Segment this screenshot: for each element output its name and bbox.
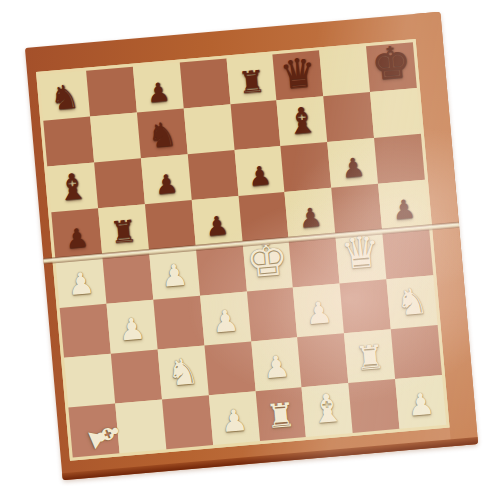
square-d3 bbox=[200, 292, 251, 346]
square-h6 bbox=[374, 134, 425, 184]
square-g2 bbox=[344, 329, 395, 383]
square-c5 bbox=[145, 200, 196, 250]
square-b3 bbox=[106, 300, 157, 354]
square-e5 bbox=[238, 192, 289, 242]
square-d1 bbox=[208, 391, 259, 445]
square-g1 bbox=[349, 379, 400, 433]
square-e7 bbox=[230, 100, 281, 150]
square-c7 bbox=[137, 108, 188, 158]
square-f6 bbox=[281, 142, 332, 192]
square-e2 bbox=[251, 337, 302, 391]
square-b4 bbox=[102, 250, 153, 304]
square-g3 bbox=[340, 279, 391, 333]
square-c4 bbox=[149, 246, 200, 300]
square-a6 bbox=[47, 162, 98, 212]
square-g4 bbox=[335, 230, 386, 284]
square-d7 bbox=[183, 104, 234, 154]
square-c8 bbox=[133, 63, 184, 113]
square-c3 bbox=[153, 296, 204, 350]
square-a7 bbox=[43, 117, 94, 167]
square-d2 bbox=[204, 341, 255, 395]
product-photo: ♞♟♜♛♚♞♝♝♟♟♟♟♜♟♟♟♟♟♚♛♟♟♟♞♞♟♜♝♟♜♝♟ bbox=[0, 0, 500, 500]
square-c2 bbox=[157, 346, 208, 400]
square-f3 bbox=[293, 283, 344, 337]
square-e6 bbox=[234, 146, 285, 196]
square-b8 bbox=[86, 67, 137, 117]
play-area: ♞♟♜♛♚♞♝♝♟♟♟♟♜♟♟♟♟♟♚♛♟♟♟♞♞♟♜♝♟♜♝♟ bbox=[36, 39, 450, 461]
square-e3 bbox=[246, 288, 297, 342]
square-d6 bbox=[187, 150, 238, 200]
square-f5 bbox=[285, 188, 336, 238]
square-h3 bbox=[387, 275, 438, 329]
square-h4 bbox=[382, 225, 433, 279]
square-e8 bbox=[226, 54, 277, 104]
square-c6 bbox=[141, 154, 192, 204]
square-h5 bbox=[378, 180, 429, 230]
square-g8 bbox=[319, 46, 370, 96]
chess-board: ♞♟♜♛♚♞♝♝♟♟♟♟♜♟♟♟♟♟♚♛♟♟♟♞♞♟♜♝♟♜♝♟ bbox=[25, 12, 478, 481]
square-h7 bbox=[370, 88, 421, 138]
square-d5 bbox=[191, 196, 242, 246]
square-b6 bbox=[94, 158, 145, 208]
square-f2 bbox=[298, 333, 349, 387]
square-g5 bbox=[331, 184, 382, 234]
square-b1 bbox=[115, 399, 166, 453]
squares-grid bbox=[39, 42, 446, 457]
square-g7 bbox=[323, 92, 374, 142]
square-h2 bbox=[391, 325, 442, 379]
square-d8 bbox=[179, 59, 230, 109]
square-e4 bbox=[242, 238, 293, 292]
square-c1 bbox=[162, 395, 213, 449]
square-f1 bbox=[302, 383, 353, 437]
square-d4 bbox=[195, 242, 246, 296]
square-a2 bbox=[64, 354, 115, 408]
square-f7 bbox=[277, 96, 328, 146]
square-a4 bbox=[55, 254, 106, 308]
square-g6 bbox=[327, 138, 378, 188]
square-h1 bbox=[395, 375, 446, 429]
square-a8 bbox=[39, 71, 90, 121]
square-e1 bbox=[255, 387, 306, 441]
square-b2 bbox=[111, 350, 162, 404]
square-a5 bbox=[51, 208, 102, 258]
square-b5 bbox=[98, 204, 149, 254]
square-h8 bbox=[366, 42, 417, 92]
square-a3 bbox=[60, 304, 111, 358]
square-b7 bbox=[90, 112, 141, 162]
square-a1 bbox=[68, 403, 119, 457]
square-f8 bbox=[273, 50, 324, 100]
square-f4 bbox=[289, 234, 340, 288]
